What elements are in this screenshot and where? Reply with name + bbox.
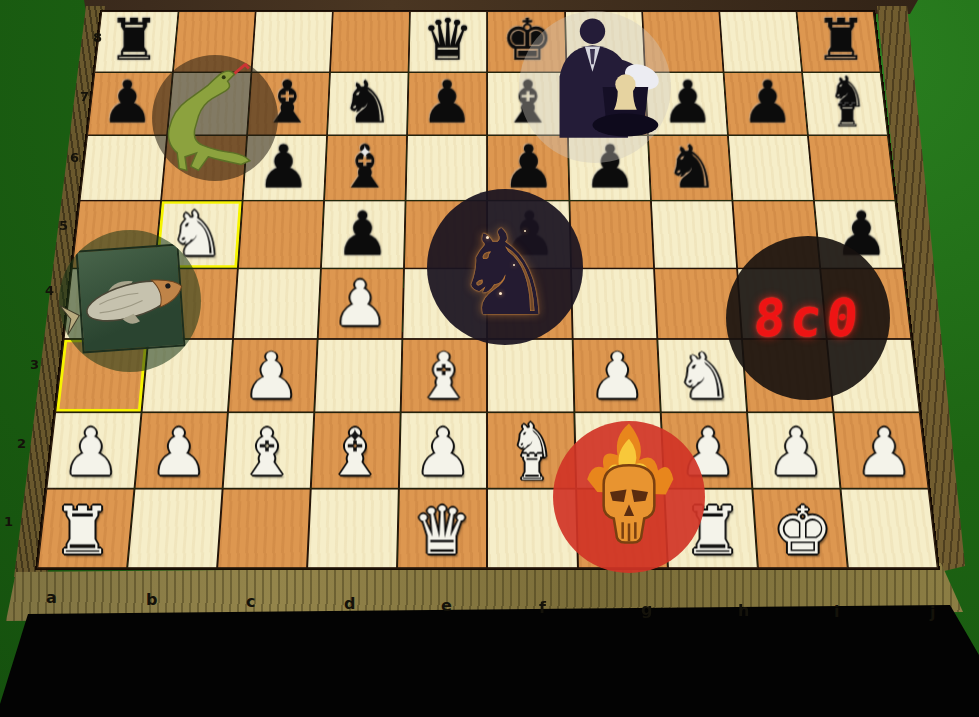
black-pawn[interactable]: ♟ <box>741 74 794 133</box>
square-e7[interactable]: ♟ <box>407 72 487 135</box>
square-j5[interactable]: ♟ <box>814 201 903 269</box>
file-label-j: j <box>930 603 935 622</box>
square-d7[interactable]: ♞ <box>327 72 409 135</box>
square-f5[interactable]: ♟ <box>487 201 570 269</box>
square-g2[interactable] <box>574 412 664 488</box>
rank-label-7: 7 <box>80 89 89 104</box>
square-j1[interactable] <box>840 489 937 568</box>
square-g7[interactable] <box>566 72 648 135</box>
square-i8[interactable] <box>719 11 802 72</box>
white-bishop[interactable]: ♝ <box>416 346 473 409</box>
square-d8[interactable] <box>330 11 410 72</box>
square-f8[interactable]: ♚ <box>487 11 566 72</box>
white-pawn[interactable]: ♟ <box>767 420 825 485</box>
square-d1[interactable] <box>307 489 399 568</box>
square-h7[interactable]: ♟ <box>645 72 728 135</box>
square-h4[interactable] <box>654 268 742 339</box>
square-c2[interactable]: ♝ <box>223 412 315 488</box>
square-c5[interactable] <box>238 201 324 269</box>
square-a4[interactable] <box>64 268 155 339</box>
square-i3[interactable] <box>742 339 834 412</box>
black-pawn[interactable]: ♟ <box>661 74 714 133</box>
white-knight[interactable]: ♞ <box>169 204 224 265</box>
square-c7[interactable]: ♝ <box>247 72 330 135</box>
rank-label-6: 6 <box>70 150 79 165</box>
square-j6[interactable] <box>808 135 896 200</box>
square-h6[interactable]: ♞ <box>648 135 733 200</box>
square-b8[interactable] <box>173 11 256 72</box>
square-b2[interactable]: ♟ <box>135 412 228 488</box>
square-a3[interactable] <box>55 339 148 412</box>
white-king[interactable]: ♚ <box>773 499 832 565</box>
square-h1[interactable]: ♜ <box>664 489 758 568</box>
square-g5[interactable] <box>569 201 654 269</box>
square-a6[interactable] <box>80 135 168 200</box>
black-archbishop[interactable]: ♝✦ <box>338 138 392 198</box>
square-h3[interactable]: ♞ <box>657 339 747 412</box>
file-label-g: g <box>641 600 652 619</box>
black-pawn[interactable]: ♟ <box>583 138 637 198</box>
square-i2[interactable]: ♟ <box>747 412 840 488</box>
square-h5[interactable] <box>651 201 737 269</box>
white-pawn[interactable]: ♟ <box>333 274 389 336</box>
square-d6[interactable]: ♝✦ <box>324 135 407 200</box>
file-label-d: d <box>344 594 355 613</box>
white-pawn[interactable]: ♟ <box>62 420 120 485</box>
square-f3[interactable] <box>487 339 573 412</box>
file-label-c: c <box>246 592 255 611</box>
square-i5[interactable] <box>732 201 820 269</box>
square-h8[interactable] <box>642 11 723 72</box>
white-pawn[interactable]: ♟ <box>855 420 913 485</box>
square-h2[interactable]: ♟ <box>660 412 752 488</box>
square-g6[interactable]: ♟ <box>568 135 651 200</box>
square-b1[interactable] <box>127 489 223 568</box>
black-chancellor[interactable]: ♞♜ <box>828 70 866 132</box>
square-b6[interactable] <box>161 135 247 200</box>
rank-label-3: 3 <box>30 357 39 372</box>
black-pawn[interactable]: ♟ <box>421 74 474 133</box>
square-g8[interactable] <box>565 11 645 72</box>
square-d4[interactable]: ♟ <box>318 268 404 339</box>
rank-label-4: 4 <box>45 283 54 298</box>
black-rook[interactable]: ♜ <box>815 12 867 70</box>
square-g3[interactable]: ♟ <box>572 339 660 412</box>
square-j2[interactable]: ♟ <box>833 412 928 488</box>
square-b7[interactable] <box>167 72 251 135</box>
file-label-a: a <box>46 588 57 607</box>
square-f4[interactable] <box>487 268 572 339</box>
white-pawn[interactable]: ♟ <box>589 346 646 409</box>
square-b3[interactable] <box>142 339 234 412</box>
square-j7[interactable]: ♞♜ <box>802 72 888 135</box>
square-e4[interactable] <box>403 268 488 339</box>
square-e3[interactable]: ♝ <box>401 339 487 412</box>
square-b4[interactable] <box>148 268 238 339</box>
black-pawn[interactable]: ♟ <box>101 74 154 133</box>
file-label-h: h <box>738 601 749 620</box>
black-pawn[interactable]: ♟ <box>502 204 557 265</box>
square-c8[interactable] <box>252 11 333 72</box>
square-f2[interactable]: ♞♜ <box>487 412 575 488</box>
square-c6[interactable]: ♟ <box>243 135 328 200</box>
white-knight[interactable]: ♞ <box>675 346 732 409</box>
black-knight[interactable]: ♞ <box>341 74 394 133</box>
black-pawn[interactable]: ♟ <box>501 138 555 198</box>
square-e6[interactable] <box>406 135 488 200</box>
chess-table-scene: ♜♛♚♜♟♝♞♟♝♟♟♞♜♟♝✦♟♟♞♞♟♟♟♟♟♝♟♞♟♟♝♝✦♟♞♜♟♟♟♜… <box>0 0 979 717</box>
square-j3[interactable] <box>827 339 920 412</box>
square-d5[interactable]: ♟ <box>321 201 406 269</box>
rank-label-5: 5 <box>59 218 68 233</box>
square-j4[interactable] <box>820 268 911 339</box>
file-label-i: i <box>834 602 839 621</box>
square-e2[interactable]: ♟ <box>399 412 487 488</box>
white-archbishop[interactable]: ♝✦ <box>326 420 384 485</box>
file-label-e: e <box>441 596 452 615</box>
square-i1[interactable]: ♚ <box>752 489 848 568</box>
square-a7[interactable]: ♟ <box>87 72 173 135</box>
file-label-f: f <box>539 598 546 617</box>
square-e1[interactable]: ♛ <box>397 489 487 568</box>
square-c4[interactable] <box>233 268 321 339</box>
black-pawn[interactable]: ♟ <box>257 138 311 198</box>
board-grid: ♜♛♚♜♟♝♞♟♝♟♟♞♜♟♝✦♟♟♞♞♟♟♟♟♟♝♟♞♟♟♝♝✦♟♞♜♟♟♟♜… <box>35 10 940 570</box>
white-pawn[interactable]: ♟ <box>679 420 737 485</box>
file-label-b: b <box>146 590 157 609</box>
black-bishop[interactable]: ♝ <box>501 74 554 133</box>
square-d2[interactable]: ♝✦ <box>311 412 401 488</box>
white-pawn[interactable]: ♟ <box>414 420 472 485</box>
black-bishop[interactable]: ♝ <box>261 74 314 133</box>
white-chancellor[interactable]: ♞♜ <box>511 417 553 485</box>
square-f7[interactable]: ♝ <box>487 72 567 135</box>
square-c3[interactable]: ♟ <box>228 339 318 412</box>
white-queen[interactable]: ♛ <box>413 499 472 565</box>
white-pawn[interactable]: ♟ <box>243 346 300 409</box>
square-e8[interactable]: ♛ <box>409 11 488 72</box>
square-g1[interactable] <box>576 489 668 568</box>
black-king[interactable]: ♚ <box>501 12 553 70</box>
black-knight[interactable]: ♞ <box>664 138 718 198</box>
black-pawn[interactable]: ♟ <box>834 204 889 265</box>
black-rook[interactable]: ♜ <box>108 12 160 70</box>
rank-label-2: 2 <box>17 436 26 451</box>
square-g4[interactable] <box>571 268 657 339</box>
square-c1[interactable] <box>217 489 311 568</box>
square-e5[interactable] <box>404 201 487 269</box>
black-pawn[interactable]: ♟ <box>336 204 391 265</box>
white-rook[interactable]: ♜ <box>53 499 112 565</box>
black-queen[interactable]: ♛ <box>422 12 474 70</box>
rank-label-1: 1 <box>4 514 13 529</box>
square-a1[interactable]: ♜ <box>37 489 134 568</box>
white-bishop[interactable]: ♝ <box>238 420 296 485</box>
square-a8[interactable]: ♜ <box>94 11 178 72</box>
square-i6[interactable] <box>728 135 814 200</box>
square-i7[interactable]: ♟ <box>723 72 807 135</box>
square-j8[interactable]: ♜ <box>796 11 880 72</box>
white-rook[interactable]: ♜ <box>683 499 742 565</box>
square-f6[interactable]: ♟ <box>487 135 569 200</box>
square-i4[interactable] <box>737 268 827 339</box>
square-a5[interactable] <box>72 201 161 269</box>
square-f1[interactable] <box>487 489 577 568</box>
board-3d-wrapper: ♜♛♚♜♟♝♞♟♝♟♟♞♜♟♝✦♟♟♞♞♟♟♟♟♟♝♟♞♟♟♝♝✦♟♞♜♟♟♟♜… <box>35 10 940 570</box>
white-pawn[interactable]: ♟ <box>150 420 208 485</box>
square-b5[interactable]: ♞ <box>155 201 243 269</box>
square-a2[interactable]: ♟ <box>46 412 141 488</box>
square-d3[interactable] <box>315 339 403 412</box>
